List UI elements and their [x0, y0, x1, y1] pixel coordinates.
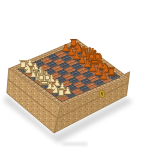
watermark: [62, 142, 88, 146]
chess-set-photo: ♜♞♝♛♚♝♞♜♟♟♟♟♟♟♟♟♟♟♟♟♟♟♟♟♜♞♝♛♚♝♞♜: [0, 0, 150, 150]
square-h8: ♜: [107, 73, 120, 80]
square-g5: [80, 78, 93, 85]
